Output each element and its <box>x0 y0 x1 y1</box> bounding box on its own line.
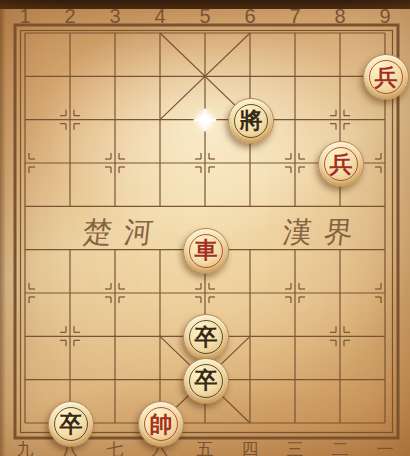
piece-glyph: 兵 <box>319 142 363 186</box>
piece-red-chariot[interactable]: 車 <box>183 228 229 274</box>
piece-glyph: 卒 <box>184 315 228 359</box>
piece-black-soldier[interactable]: 卒 <box>183 314 229 360</box>
piece-red-general[interactable]: 帥 <box>138 401 184 447</box>
piece-red-soldier[interactable]: 兵 <box>363 54 409 100</box>
piece-red-soldier[interactable]: 兵 <box>318 141 364 187</box>
piece-glyph: 卒 <box>184 359 228 403</box>
piece-glyph: 車 <box>184 229 228 273</box>
xiangqi-app-screen: 123456789 九八七六五四三二一 楚河 漢界 兵將兵車卒卒帥卒 <box>0 0 410 456</box>
piece-glyph: 兵 <box>364 55 408 99</box>
piece-glyph: 帥 <box>139 402 183 446</box>
piece-black-soldier[interactable]: 卒 <box>183 358 229 404</box>
river-text-right: 漢界 <box>251 215 385 249</box>
piece-black-general[interactable]: 將 <box>228 98 274 144</box>
piece-black-soldier[interactable]: 卒 <box>48 401 94 447</box>
piece-glyph: 將 <box>229 99 273 143</box>
piece-glyph: 卒 <box>49 402 93 446</box>
river-text-left: 楚河 <box>51 215 185 249</box>
